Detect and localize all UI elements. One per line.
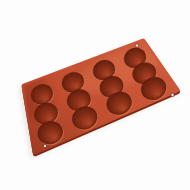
mold-photo (0, 0, 190, 190)
corner-hole-3 (43, 144, 46, 147)
product-photo-stage (0, 0, 190, 190)
corner-hole-1 (135, 44, 138, 47)
corner-hole-2 (171, 93, 174, 96)
